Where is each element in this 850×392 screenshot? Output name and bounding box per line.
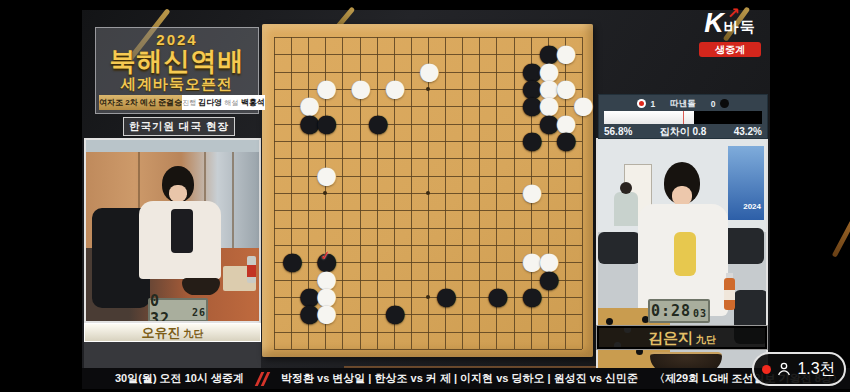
board-grid-line bbox=[514, 37, 515, 349]
viewer-count-pill[interactable]: 1.3천 bbox=[752, 352, 846, 386]
banner-title: 북해신역배 bbox=[96, 48, 258, 75]
board-grid-line bbox=[274, 349, 582, 350]
hoshi-point bbox=[323, 191, 327, 195]
go-board: ●●●●●●●●●●●●●●●●●●●●●●●●●●✓●●●●●●●●●●●● bbox=[262, 24, 593, 357]
stone-black: ● bbox=[282, 253, 300, 271]
event-poster: 2024 bbox=[728, 146, 764, 220]
gold-streak-decoration bbox=[832, 204, 850, 258]
left-player-shirt bbox=[171, 209, 193, 253]
white-captures: 1 bbox=[651, 99, 656, 109]
winrate-numbers-row: 56.8% 집차이 0.8 43.2% bbox=[604, 124, 762, 139]
board-grid-line bbox=[274, 245, 582, 246]
right-clock-seconds: 03 bbox=[693, 308, 707, 321]
stone-white: ● bbox=[522, 184, 540, 202]
score-lead: 집차이 0.8 bbox=[660, 125, 707, 139]
left-player-name-bar: 오유진九단 bbox=[84, 323, 261, 342]
winrate-bar-white bbox=[604, 111, 694, 124]
banner-subtitle: 세계바둑오픈전 bbox=[96, 75, 258, 94]
captures-label: 따낸돌 bbox=[670, 98, 696, 110]
winrate-bar bbox=[604, 111, 762, 124]
stone-black: ● bbox=[522, 132, 540, 150]
host-name: 김다영 bbox=[198, 98, 222, 107]
winrate-panel: 1 따낸돌 0 56.8% 집차이 0.8 43.2% bbox=[598, 94, 768, 139]
right-player-rank: 九단 bbox=[696, 334, 716, 345]
right-player-face bbox=[672, 186, 692, 206]
left-player-face bbox=[169, 185, 187, 202]
stone-black: ● bbox=[385, 305, 403, 323]
board-grid-line bbox=[274, 228, 582, 229]
crew-label: 진행 김다영 해설 백홍석 bbox=[182, 95, 265, 110]
stone-white: ● bbox=[316, 305, 334, 323]
person-icon bbox=[776, 361, 792, 377]
logo-row: K바둑 ↗ bbox=[693, 8, 767, 40]
right-player-shirt bbox=[674, 232, 696, 276]
broadcast-video-surface[interactable]: 2024 북해신역배 세계바둑오픈전 여자조 2차 예선 준결승 진행 김다영 … bbox=[0, 0, 850, 392]
background-person bbox=[614, 192, 638, 226]
stone-black: ● bbox=[299, 305, 317, 323]
tournament-banner: 2024 북해신역배 세계바둑오픈전 여자조 2차 예선 준결승 진행 김다영 … bbox=[95, 27, 259, 114]
stone-black: ● bbox=[522, 97, 540, 115]
stone-black: ● bbox=[316, 115, 334, 133]
left-player-video[interactable]: 0 32 26 bbox=[84, 138, 261, 323]
host-role-label: 진행 bbox=[182, 99, 196, 106]
left-clock-main: 0 32 bbox=[150, 292, 190, 323]
table-stone bbox=[606, 318, 613, 325]
stone-white: ● bbox=[385, 80, 403, 98]
black-winrate: 43.2% bbox=[734, 126, 762, 137]
stone-black: ● bbox=[299, 115, 317, 133]
left-panel-filler bbox=[84, 342, 261, 369]
captures-row: 1 따낸돌 0 bbox=[604, 97, 762, 110]
ticker-schedule: 30일(월) 오전 10시 생중계 bbox=[115, 371, 244, 386]
scene-partition-line bbox=[232, 152, 234, 250]
channel-logo: K바둑 ↗ 생중계 bbox=[693, 8, 767, 58]
right-game-clock: 0:28 03 bbox=[648, 299, 710, 323]
right-clock-main: 0:28 bbox=[651, 302, 691, 320]
hoshi-point bbox=[426, 87, 430, 91]
white-winrate: 56.8% bbox=[604, 126, 632, 137]
stone-white: ● bbox=[351, 80, 369, 98]
last-move-marker: ✓ bbox=[320, 248, 332, 264]
stone-black: ● bbox=[368, 115, 386, 133]
scene-bottle bbox=[724, 278, 735, 310]
stage-label: 여자조 2차 예선 준결승 bbox=[99, 95, 182, 110]
stone-black: ● bbox=[487, 288, 505, 306]
ticker-separator-icon bbox=[258, 372, 267, 386]
stone-white: ● bbox=[522, 253, 540, 271]
viewer-count: 1.3천 bbox=[797, 359, 835, 380]
live-dot-icon bbox=[762, 365, 771, 374]
board-grid-line bbox=[274, 210, 582, 211]
stone-black: ● bbox=[436, 288, 454, 306]
scene-ceiling bbox=[86, 140, 259, 152]
hoshi-point bbox=[426, 295, 430, 299]
ticker-matches: 박정환 vs 변상일 | 한상조 vs 커 제 | 이지현 vs 딩하오 | 원… bbox=[281, 371, 638, 386]
right-player-name-bar: 김은지九단 bbox=[596, 325, 768, 350]
left-player-name: 오유진 bbox=[142, 325, 181, 340]
stone-black: ● bbox=[556, 132, 574, 150]
scene-bottle bbox=[247, 256, 256, 283]
board-grid-line bbox=[462, 37, 463, 349]
left-game-clock: 0 32 26 bbox=[148, 298, 208, 322]
banner-info-bar: 여자조 2차 예선 준결승 진행 김다영 해설 백홍석 bbox=[99, 95, 255, 110]
scene-chair bbox=[598, 232, 640, 264]
winrate-center-tick bbox=[683, 111, 684, 124]
hoshi-point bbox=[426, 191, 430, 195]
board-grid-line bbox=[582, 37, 583, 349]
stone-black: ● bbox=[522, 288, 540, 306]
white-stone-icon bbox=[637, 99, 646, 108]
venue-label: 한국기원 대국 현장 bbox=[123, 117, 235, 136]
bottom-ticker: 30일(월) 오전 10시 생중계 박정환 vs 변상일 | 한상조 vs 커 … bbox=[82, 368, 850, 389]
logo-arrow-icon: ↗ bbox=[727, 4, 740, 22]
commentator-name: 백홍석 bbox=[241, 98, 265, 107]
stone-white: ● bbox=[316, 167, 334, 185]
logo-k-letter: K bbox=[704, 8, 724, 38]
live-badge: 생중계 bbox=[699, 42, 761, 57]
left-player-rank: 九단 bbox=[184, 328, 204, 339]
left-clock-seconds: 26 bbox=[192, 307, 206, 320]
black-stone-icon bbox=[720, 99, 729, 108]
right-player-name: 김은지 bbox=[648, 329, 693, 346]
black-captures: 0 bbox=[711, 99, 716, 109]
board-grid-line bbox=[479, 37, 480, 349]
board-grid-line bbox=[274, 332, 582, 333]
stone-white: ● bbox=[419, 63, 437, 81]
commentator-role-label: 해설 bbox=[225, 99, 239, 106]
